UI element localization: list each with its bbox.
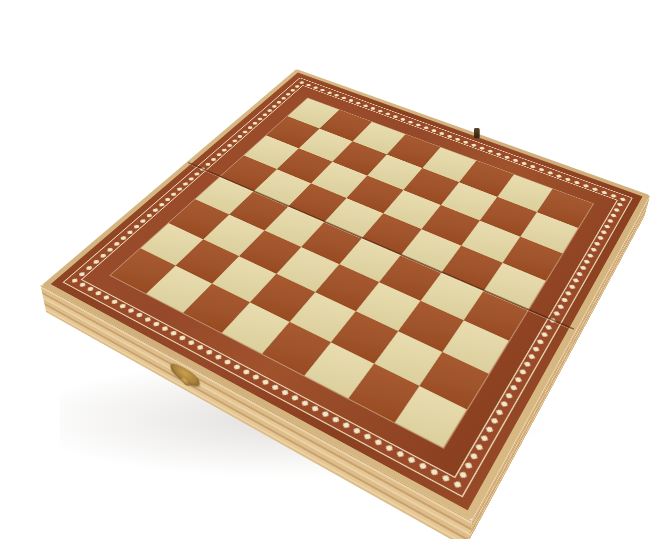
pawn-glyph: ♟	[375, 133, 411, 171]
rook-glyph: ♜	[405, 361, 455, 414]
knight-glyph: ♞	[358, 336, 411, 392]
pawn-glyph: ♟	[451, 160, 488, 199]
pawn-glyph: ♟	[494, 176, 532, 216]
brass-clasp-icon	[170, 360, 200, 390]
pawn-glyph: ♟	[342, 119, 377, 156]
scene: ♜♞♝♚♛♝♞♜♟♟♟♟♟♟♟♟♟♟♟♟♟♟♟♟♜♞♝♚♛♝♞♜	[0, 0, 656, 539]
chess-box: ♜♞♝♚♛♝♞♜♟♟♟♟♟♟♟♟♟♟♟♟♟♟♟♟♜♞♝♚♛♝♞♜	[41, 69, 650, 521]
pawn-glyph: ♟	[414, 147, 450, 185]
pawn-glyph: ♟	[310, 108, 344, 144]
pawn-glyph: ♟	[531, 192, 569, 233]
product-photo-stage: ♜♞♝♚♛♝♞♜♟♟♟♟♟♟♟♟♟♟♟♟♟♟♟♟♜♞♝♚♛♝♞♜	[0, 0, 656, 539]
pawn-glyph: ♟	[274, 95, 308, 131]
